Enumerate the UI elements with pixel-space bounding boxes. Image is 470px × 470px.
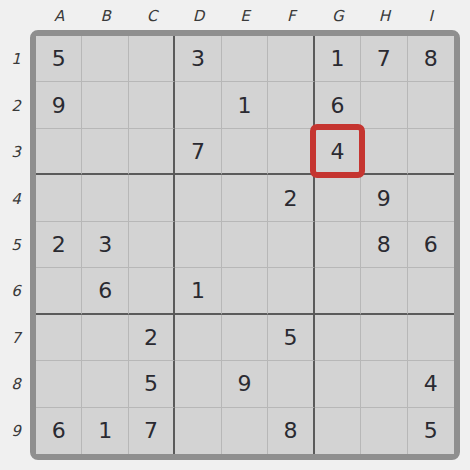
cell-B7[interactable]	[82, 315, 128, 361]
cell-E4[interactable]	[222, 175, 268, 221]
cell-F8[interactable]	[268, 361, 314, 407]
cell-D7[interactable]	[175, 315, 221, 361]
cell-D9[interactable]	[175, 408, 221, 454]
cell-E3[interactable]	[222, 129, 268, 175]
row-label: 8	[4, 361, 28, 407]
cell-A9[interactable]: 6	[36, 408, 82, 454]
row-label: 7	[4, 315, 28, 361]
column-label: H	[361, 4, 407, 28]
cell-A7[interactable]	[36, 315, 82, 361]
cell-H9[interactable]	[361, 408, 407, 454]
cell-E9[interactable]	[222, 408, 268, 454]
cell-A8[interactable]	[36, 361, 82, 407]
cell-B3[interactable]	[82, 129, 128, 175]
cell-A2[interactable]: 9	[36, 82, 82, 128]
column-label: G	[315, 4, 361, 28]
cell-A5[interactable]: 2	[36, 222, 82, 268]
cell-F3[interactable]	[268, 129, 314, 175]
cell-G1[interactable]: 1	[315, 36, 361, 82]
cell-D4[interactable]	[175, 175, 221, 221]
cell-G9[interactable]	[315, 408, 361, 454]
cell-H8[interactable]	[361, 361, 407, 407]
cell-F4[interactable]: 2	[268, 175, 314, 221]
cell-E8[interactable]: 9	[222, 361, 268, 407]
cell-H6[interactable]	[361, 268, 407, 314]
cell-C9[interactable]: 7	[129, 408, 175, 454]
cell-I7[interactable]	[408, 315, 454, 361]
row-label: 1	[4, 36, 28, 82]
cell-C2[interactable]	[129, 82, 175, 128]
row-label: 5	[4, 222, 28, 268]
sudoku-board: 5317891674292386612559461785	[30, 30, 460, 460]
column-label: C	[129, 4, 175, 28]
cell-H5[interactable]: 8	[361, 222, 407, 268]
cell-F1[interactable]	[268, 36, 314, 82]
column-labels: ABCDEFGHI	[36, 4, 454, 28]
row-label: 6	[4, 268, 28, 314]
row-label: 9	[4, 408, 28, 454]
column-label: E	[222, 4, 268, 28]
sudoku-grid: 5317891674292386612559461785	[36, 36, 454, 454]
cell-B8[interactable]	[82, 361, 128, 407]
cell-C6[interactable]	[129, 268, 175, 314]
cell-G3[interactable]: 4	[315, 129, 361, 175]
cell-I4[interactable]	[408, 175, 454, 221]
cell-B6[interactable]: 6	[82, 268, 128, 314]
column-label: B	[82, 4, 128, 28]
cell-C5[interactable]	[129, 222, 175, 268]
cell-D6[interactable]: 1	[175, 268, 221, 314]
cell-B1[interactable]	[82, 36, 128, 82]
cell-B9[interactable]: 1	[82, 408, 128, 454]
cell-A1[interactable]: 5	[36, 36, 82, 82]
cell-I9[interactable]: 5	[408, 408, 454, 454]
cell-E7[interactable]	[222, 315, 268, 361]
cell-E2[interactable]: 1	[222, 82, 268, 128]
cell-G2[interactable]: 6	[315, 82, 361, 128]
column-label: F	[268, 4, 314, 28]
cell-C7[interactable]: 2	[129, 315, 175, 361]
cell-A3[interactable]	[36, 129, 82, 175]
cell-D1[interactable]: 3	[175, 36, 221, 82]
row-label: 4	[4, 175, 28, 221]
cell-I6[interactable]	[408, 268, 454, 314]
column-label: A	[36, 4, 82, 28]
column-label: D	[175, 4, 221, 28]
cell-B5[interactable]: 3	[82, 222, 128, 268]
row-labels: 123456789	[4, 36, 28, 454]
cell-H4[interactable]: 9	[361, 175, 407, 221]
cell-H3[interactable]	[361, 129, 407, 175]
cell-G5[interactable]	[315, 222, 361, 268]
cell-I5[interactable]: 6	[408, 222, 454, 268]
cell-H2[interactable]	[361, 82, 407, 128]
cell-B4[interactable]	[82, 175, 128, 221]
cell-F2[interactable]	[268, 82, 314, 128]
cell-D2[interactable]	[175, 82, 221, 128]
cell-H7[interactable]	[361, 315, 407, 361]
cell-F6[interactable]	[268, 268, 314, 314]
cell-G7[interactable]	[315, 315, 361, 361]
cell-F9[interactable]: 8	[268, 408, 314, 454]
cell-I8[interactable]: 4	[408, 361, 454, 407]
cell-G4[interactable]	[315, 175, 361, 221]
cell-C4[interactable]	[129, 175, 175, 221]
cell-I3[interactable]	[408, 129, 454, 175]
cell-D3[interactable]: 7	[175, 129, 221, 175]
cell-C8[interactable]: 5	[129, 361, 175, 407]
cell-C1[interactable]	[129, 36, 175, 82]
cell-A4[interactable]	[36, 175, 82, 221]
cell-E5[interactable]	[222, 222, 268, 268]
cell-E1[interactable]	[222, 36, 268, 82]
column-label: I	[408, 4, 454, 28]
cell-F5[interactable]	[268, 222, 314, 268]
selected-cell-highlight	[310, 124, 365, 178]
row-label: 2	[4, 82, 28, 128]
cell-C3[interactable]	[129, 129, 175, 175]
cell-E6[interactable]	[222, 268, 268, 314]
cell-A6[interactable]	[36, 268, 82, 314]
cell-B2[interactable]	[82, 82, 128, 128]
row-label: 3	[4, 129, 28, 175]
cell-H1[interactable]: 7	[361, 36, 407, 82]
cell-D8[interactable]	[175, 361, 221, 407]
cell-D5[interactable]	[175, 222, 221, 268]
cell-F7[interactable]: 5	[268, 315, 314, 361]
cell-G8[interactable]	[315, 361, 361, 407]
cell-I1[interactable]: 8	[408, 36, 454, 82]
cell-I2[interactable]	[408, 82, 454, 128]
cell-G6[interactable]	[315, 268, 361, 314]
